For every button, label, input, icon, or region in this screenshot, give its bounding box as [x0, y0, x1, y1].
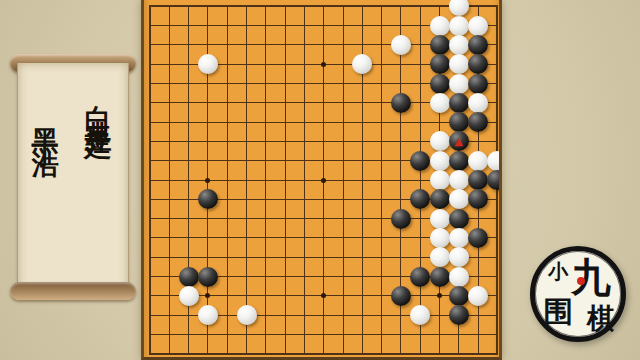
black-stone [468, 112, 488, 132]
white-stone [449, 189, 469, 209]
black-stone [449, 209, 469, 229]
white-stone [430, 151, 450, 171]
black-stone [487, 170, 502, 190]
player-scroll: 白芈昱廷 黑丁浩 [10, 54, 136, 300]
black-stone [430, 74, 450, 94]
last-move-triangle-marker: ▲ [449, 131, 469, 151]
black-stone [430, 35, 450, 55]
white-stone [449, 54, 469, 74]
black-stone [391, 209, 411, 229]
black-stone [391, 286, 411, 306]
white-stone [430, 247, 450, 267]
scroll-bottom-roll [10, 282, 136, 300]
black-stone [468, 228, 488, 248]
black-stone [198, 189, 218, 209]
white-stone [487, 151, 502, 171]
video-frame: { "game": "go", "players": { "white_labe… [0, 0, 640, 360]
black-stone [449, 151, 469, 171]
white-player-column: 白芈昱廷 [85, 83, 112, 117]
star-point [321, 293, 326, 298]
black-stone [430, 189, 450, 209]
logo-char-big: 九 [571, 257, 611, 297]
white-stone [430, 93, 450, 113]
star-point [437, 293, 442, 298]
go-board[interactable]: ▲ [141, 0, 502, 360]
black-stone [430, 54, 450, 74]
white-stone [468, 93, 488, 113]
black-stone [410, 267, 430, 287]
black-stone [391, 93, 411, 113]
white-stone [430, 131, 450, 151]
black-stone [179, 267, 199, 287]
black-stone [410, 189, 430, 209]
scroll-paper: 白芈昱廷 黑丁浩 [17, 63, 129, 291]
black-stone [449, 286, 469, 306]
star-point [205, 178, 210, 183]
white-stone [430, 209, 450, 229]
white-stone [449, 267, 469, 287]
black-stone: ▲ [449, 131, 469, 151]
black-stone [468, 189, 488, 209]
black-stone [468, 35, 488, 55]
grid-line-horizontal [149, 353, 498, 355]
white-stone [391, 35, 411, 55]
red-seal-dot [577, 277, 585, 285]
white-stone [449, 247, 469, 267]
white-player-name: 芈昱廷 [85, 99, 112, 117]
black-stone [449, 305, 469, 325]
star-point [321, 178, 326, 183]
white-stone [449, 74, 469, 94]
white-stone [198, 305, 218, 325]
white-stone [449, 228, 469, 248]
black-stone [468, 74, 488, 94]
black-stone [449, 112, 469, 132]
black-player-column: 黑丁浩 [32, 107, 59, 135]
black-stone [449, 93, 469, 113]
white-stone [449, 16, 469, 36]
white-stone [237, 305, 257, 325]
black-stone [410, 151, 430, 171]
white-stone [410, 305, 430, 325]
black-player-name: 丁浩 [32, 123, 59, 135]
black-stone [430, 267, 450, 287]
black-stone [198, 267, 218, 287]
logo-char-small: 小 [548, 261, 568, 281]
white-stone [449, 170, 469, 190]
white-stone [198, 54, 218, 74]
white-stone [468, 286, 488, 306]
white-stone [449, 0, 469, 16]
white-stone [468, 151, 488, 171]
grid-line-horizontal [149, 334, 498, 335]
channel-logo: 小 九 围 棋 [530, 246, 626, 342]
white-stone [468, 16, 488, 36]
grid-line-vertical [343, 5, 344, 354]
white-stone [430, 16, 450, 36]
logo-char-bottom-left: 围 [543, 297, 573, 327]
logo-char-bottom-right: 棋 [587, 305, 615, 333]
white-stone [352, 54, 372, 74]
white-stone [430, 170, 450, 190]
white-stone [449, 35, 469, 55]
white-stone [179, 286, 199, 306]
star-point [321, 62, 326, 67]
star-point [205, 293, 210, 298]
black-stone [468, 54, 488, 74]
grid-line-vertical [381, 5, 382, 354]
black-stone [468, 170, 488, 190]
grid-line-vertical [420, 5, 421, 354]
white-stone [430, 228, 450, 248]
